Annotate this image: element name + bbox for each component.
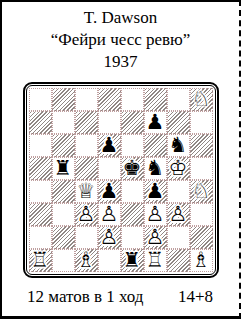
square-b3: [52, 203, 75, 226]
square-f8: [144, 88, 167, 111]
white-bishop-c1: ♗: [77, 249, 96, 272]
square-e3: [121, 203, 144, 226]
square-c3: ♙: [75, 203, 98, 226]
white-knight-h8: ♘: [192, 88, 211, 111]
square-f3: ♙: [144, 203, 167, 226]
square-f1: ♖: [144, 249, 167, 272]
square-d1: [98, 249, 121, 272]
white-rook-a1: ♖: [31, 249, 50, 272]
author-line: T. Dawson: [2, 7, 239, 29]
square-e4: [121, 180, 144, 203]
black-rook-e1: ♜: [123, 249, 142, 272]
square-f2: ♙: [144, 226, 167, 249]
square-c4: ♕: [75, 180, 98, 203]
board-frame: ♘♟♟♞♜♚♞♔♕♟♟♘♙♙♙♙♙♙♖♗♜♖♗: [23, 82, 219, 278]
material-count: 14+8: [178, 287, 213, 307]
square-c6: [75, 134, 98, 157]
square-a4: [29, 180, 52, 203]
square-d3: ♙: [98, 203, 121, 226]
square-d4: ♟: [98, 180, 121, 203]
white-pawn-f3: ♙: [146, 203, 165, 226]
square-g4: [167, 180, 190, 203]
square-a6: [29, 134, 52, 157]
caption-row: 12 матов в 1 ход 14+8: [2, 287, 239, 307]
square-e2: [121, 226, 144, 249]
square-d7: [98, 111, 121, 134]
black-knight-f5: ♞: [146, 157, 165, 180]
square-d2: ♙: [98, 226, 121, 249]
white-bishop-h1: ♗: [192, 249, 211, 272]
square-e7: [121, 111, 144, 134]
square-a8: [29, 88, 52, 111]
square-e1: ♜: [121, 249, 144, 272]
source-line: “Фейри чесс ревю”: [2, 29, 239, 51]
black-pawn-d4: ♟: [100, 180, 119, 203]
square-a7: [29, 111, 52, 134]
square-e5: ♚: [121, 157, 144, 180]
square-c8: [75, 88, 98, 111]
black-pawn-f7: ♟: [146, 111, 165, 134]
square-h7: [190, 111, 213, 134]
square-f6: [144, 134, 167, 157]
black-king-e5: ♚: [123, 157, 142, 180]
board-inner-frame: ♘♟♟♞♜♚♞♔♕♟♟♘♙♙♙♙♙♙♖♗♜♖♗: [26, 85, 216, 275]
board-grid: ♘♟♟♞♜♚♞♔♕♟♟♘♙♙♙♙♙♙♖♗♜♖♗: [29, 88, 213, 272]
square-g7: [167, 111, 190, 134]
square-h6: [190, 134, 213, 157]
white-pawn-g3: ♙: [169, 203, 188, 226]
square-d8: [98, 88, 121, 111]
square-g8: [167, 88, 190, 111]
square-h8: ♘: [190, 88, 213, 111]
square-b4: [52, 180, 75, 203]
square-b5: ♜: [52, 157, 75, 180]
square-g5: ♔: [167, 157, 190, 180]
white-queen-c4: ♕: [77, 180, 96, 203]
square-b7: [52, 111, 75, 134]
square-g1: [167, 249, 190, 272]
diagram-header: T. Dawson “Фейри чесс ревю” 1937: [2, 7, 239, 73]
square-c5: [75, 157, 98, 180]
year-line: 1937: [2, 51, 239, 73]
white-pawn-c3: ♙: [77, 203, 96, 226]
black-knight-g6: ♞: [169, 134, 188, 157]
square-c1: ♗: [75, 249, 98, 272]
white-pawn-d3: ♙: [100, 203, 119, 226]
square-b8: [52, 88, 75, 111]
square-b1: [52, 249, 75, 272]
square-e8: [121, 88, 144, 111]
square-g2: [167, 226, 190, 249]
square-a2: [29, 226, 52, 249]
square-b6: [52, 134, 75, 157]
square-a3: [29, 203, 52, 226]
square-g3: ♙: [167, 203, 190, 226]
white-rook-f1: ♖: [146, 249, 165, 272]
black-rook-b5: ♜: [54, 157, 73, 180]
square-h2: [190, 226, 213, 249]
chess-board: ♘♟♟♞♜♚♞♔♕♟♟♘♙♙♙♙♙♙♖♗♜♖♗: [23, 82, 219, 278]
black-pawn-f4: ♟: [146, 180, 165, 203]
white-pawn-f2: ♙: [146, 226, 165, 249]
square-f5: ♞: [144, 157, 167, 180]
white-king-g5: ♔: [169, 157, 188, 180]
stipulation-text: 12 матов в 1 ход: [27, 287, 144, 307]
white-pawn-d2: ♙: [100, 226, 119, 249]
square-f7: ♟: [144, 111, 167, 134]
diagram-page: T. Dawson “Фейри чесс ревю” 1937 ♘♟♟♞♜♚♞…: [0, 0, 241, 319]
square-a5: [29, 157, 52, 180]
square-h1: ♗: [190, 249, 213, 272]
square-g6: ♞: [167, 134, 190, 157]
white-knight-h4: ♘: [192, 180, 211, 203]
square-f4: ♟: [144, 180, 167, 203]
square-h4: ♘: [190, 180, 213, 203]
square-c7: [75, 111, 98, 134]
square-h3: [190, 203, 213, 226]
square-d6: ♟: [98, 134, 121, 157]
square-b2: [52, 226, 75, 249]
square-e6: [121, 134, 144, 157]
square-h5: [190, 157, 213, 180]
square-c2: [75, 226, 98, 249]
square-a1: ♖: [29, 249, 52, 272]
black-pawn-d6: ♟: [100, 134, 119, 157]
square-d5: [98, 157, 121, 180]
